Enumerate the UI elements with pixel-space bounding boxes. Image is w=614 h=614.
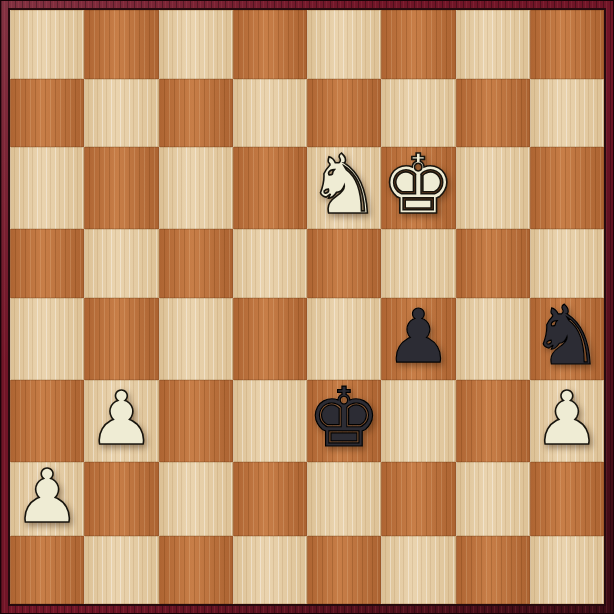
square-h3[interactable]: ♟ bbox=[530, 380, 604, 462]
square-f5[interactable] bbox=[381, 229, 455, 298]
square-d6[interactable] bbox=[233, 147, 307, 229]
square-g5[interactable] bbox=[456, 229, 530, 298]
square-a2[interactable]: ♟ bbox=[10, 462, 84, 536]
square-f2[interactable] bbox=[381, 462, 455, 536]
square-c6[interactable] bbox=[159, 147, 233, 229]
square-c7[interactable] bbox=[159, 79, 233, 148]
square-f6[interactable]: ♚ bbox=[381, 147, 455, 229]
square-a4[interactable] bbox=[10, 298, 84, 380]
square-a1[interactable] bbox=[10, 536, 84, 605]
black-king-e3[interactable]: ♚ bbox=[307, 377, 381, 459]
square-c1[interactable] bbox=[159, 536, 233, 605]
square-c3[interactable] bbox=[159, 380, 233, 462]
square-b7[interactable] bbox=[84, 79, 158, 148]
square-c5[interactable] bbox=[159, 229, 233, 298]
square-e6[interactable]: ♞ bbox=[307, 147, 381, 229]
black-knight-h4[interactable]: ♞ bbox=[530, 295, 604, 377]
square-e1[interactable] bbox=[307, 536, 381, 605]
square-f3[interactable] bbox=[381, 380, 455, 462]
square-c2[interactable] bbox=[159, 462, 233, 536]
square-c8[interactable] bbox=[159, 10, 233, 79]
square-b1[interactable] bbox=[84, 536, 158, 605]
square-d1[interactable] bbox=[233, 536, 307, 605]
square-a7[interactable] bbox=[10, 79, 84, 148]
square-e4[interactable] bbox=[307, 298, 381, 380]
white-king-f6[interactable]: ♚ bbox=[382, 144, 456, 226]
square-b6[interactable] bbox=[84, 147, 158, 229]
square-g8[interactable] bbox=[456, 10, 530, 79]
square-a8[interactable] bbox=[10, 10, 84, 79]
white-pawn-b3[interactable]: ♟ bbox=[88, 381, 154, 455]
square-h6[interactable] bbox=[530, 147, 604, 229]
square-d8[interactable] bbox=[233, 10, 307, 79]
square-d4[interactable] bbox=[233, 298, 307, 380]
square-d2[interactable] bbox=[233, 462, 307, 536]
board-frame: ♞♚♟♞♟♚♟♟ bbox=[0, 0, 614, 614]
square-b3[interactable]: ♟ bbox=[84, 380, 158, 462]
square-f8[interactable] bbox=[381, 10, 455, 79]
square-g7[interactable] bbox=[456, 79, 530, 148]
square-d5[interactable] bbox=[233, 229, 307, 298]
square-a3[interactable] bbox=[10, 380, 84, 462]
square-e8[interactable] bbox=[307, 10, 381, 79]
square-h4[interactable]: ♞ bbox=[530, 298, 604, 380]
white-pawn-a2[interactable]: ♟ bbox=[14, 459, 80, 533]
square-a6[interactable] bbox=[10, 147, 84, 229]
white-pawn-h3[interactable]: ♟ bbox=[534, 381, 600, 455]
square-g6[interactable] bbox=[456, 147, 530, 229]
square-g1[interactable] bbox=[456, 536, 530, 605]
square-b4[interactable] bbox=[84, 298, 158, 380]
square-b8[interactable] bbox=[84, 10, 158, 79]
square-h7[interactable] bbox=[530, 79, 604, 148]
square-f1[interactable] bbox=[381, 536, 455, 605]
square-h1[interactable] bbox=[530, 536, 604, 605]
square-c4[interactable] bbox=[159, 298, 233, 380]
black-pawn-f4[interactable]: ♟ bbox=[385, 299, 451, 373]
square-e3[interactable]: ♚ bbox=[307, 380, 381, 462]
white-knight-e6[interactable]: ♞ bbox=[307, 144, 381, 226]
square-e2[interactable] bbox=[307, 462, 381, 536]
square-b2[interactable] bbox=[84, 462, 158, 536]
square-h8[interactable] bbox=[530, 10, 604, 79]
square-b5[interactable] bbox=[84, 229, 158, 298]
square-f4[interactable]: ♟ bbox=[381, 298, 455, 380]
square-h2[interactable] bbox=[530, 462, 604, 536]
chessboard: ♞♚♟♞♟♚♟♟ bbox=[8, 8, 606, 606]
square-g3[interactable] bbox=[456, 380, 530, 462]
square-a5[interactable] bbox=[10, 229, 84, 298]
square-g4[interactable] bbox=[456, 298, 530, 380]
square-d7[interactable] bbox=[233, 79, 307, 148]
square-g2[interactable] bbox=[456, 462, 530, 536]
square-d3[interactable] bbox=[233, 380, 307, 462]
square-e5[interactable] bbox=[307, 229, 381, 298]
